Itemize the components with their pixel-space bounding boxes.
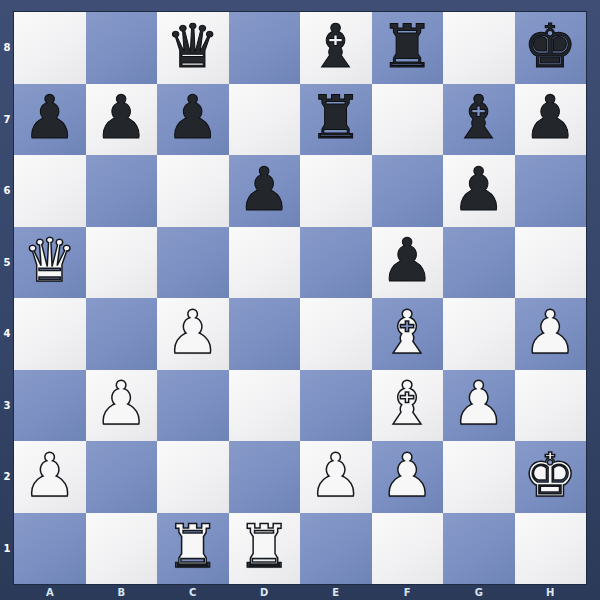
square-f2[interactable]: ♟	[372, 441, 444, 513]
piece-black-rook[interactable]: ♜	[309, 87, 363, 147]
square-a3[interactable]	[14, 370, 86, 442]
square-g7[interactable]: ♝	[443, 84, 515, 156]
square-h8[interactable]: ♚	[515, 12, 587, 84]
square-b4[interactable]	[86, 298, 158, 370]
square-f1[interactable]	[372, 513, 444, 585]
square-a4[interactable]	[14, 298, 86, 370]
square-h1[interactable]	[515, 513, 587, 585]
square-d2[interactable]	[229, 441, 301, 513]
piece-black-bishop[interactable]: ♝	[309, 16, 363, 76]
piece-black-pawn[interactable]: ♟	[94, 87, 148, 147]
square-g1[interactable]	[443, 513, 515, 585]
square-e3[interactable]	[300, 370, 372, 442]
piece-white-pawn[interactable]: ♟	[94, 373, 148, 433]
square-h6[interactable]	[515, 155, 587, 227]
piece-white-king[interactable]: ♚	[523, 445, 577, 505]
square-e6[interactable]	[300, 155, 372, 227]
piece-white-queen[interactable]: ♛	[23, 230, 77, 290]
rank-label-6: 6	[0, 155, 14, 227]
square-f8[interactable]: ♜	[372, 12, 444, 84]
piece-black-pawn[interactable]: ♟	[166, 87, 220, 147]
square-f6[interactable]	[372, 155, 444, 227]
file-label-e: E	[300, 584, 372, 600]
square-c8[interactable]: ♛	[157, 12, 229, 84]
square-e5[interactable]	[300, 227, 372, 299]
piece-white-bishop[interactable]: ♝	[380, 302, 434, 362]
file-label-h: H	[515, 584, 587, 600]
square-b7[interactable]: ♟	[86, 84, 158, 156]
square-b3[interactable]: ♟	[86, 370, 158, 442]
square-d7[interactable]	[229, 84, 301, 156]
chess-board[interactable]: ♛♝♜♚♟♟♟♜♝♟♟♟♛♟♟♝♟♟♝♟♟♟♟♚♜♜	[14, 12, 586, 584]
square-g6[interactable]: ♟	[443, 155, 515, 227]
square-g3[interactable]: ♟	[443, 370, 515, 442]
square-c1[interactable]: ♜	[157, 513, 229, 585]
square-e2[interactable]: ♟	[300, 441, 372, 513]
file-label-a: A	[14, 584, 86, 600]
square-g5[interactable]	[443, 227, 515, 299]
rank-label-8: 8	[0, 12, 14, 84]
piece-white-pawn[interactable]: ♟	[380, 445, 434, 505]
square-d6[interactable]: ♟	[229, 155, 301, 227]
file-label-c: C	[157, 584, 229, 600]
file-labels: ABCDEFGH	[14, 584, 586, 600]
piece-white-rook[interactable]: ♜	[166, 516, 220, 576]
square-d3[interactable]	[229, 370, 301, 442]
square-e1[interactable]	[300, 513, 372, 585]
rank-label-7: 7	[0, 84, 14, 156]
piece-white-pawn[interactable]: ♟	[309, 445, 363, 505]
piece-black-pawn[interactable]: ♟	[452, 159, 506, 219]
square-d4[interactable]	[229, 298, 301, 370]
square-f4[interactable]: ♝	[372, 298, 444, 370]
square-h4[interactable]: ♟	[515, 298, 587, 370]
square-a6[interactable]	[14, 155, 86, 227]
rank-label-3: 3	[0, 370, 14, 442]
rank-label-1: 1	[0, 513, 14, 585]
piece-black-pawn[interactable]: ♟	[523, 87, 577, 147]
piece-black-bishop[interactable]: ♝	[452, 87, 506, 147]
piece-black-queen[interactable]: ♛	[166, 16, 220, 76]
square-d8[interactable]	[229, 12, 301, 84]
rank-label-5: 5	[0, 227, 14, 299]
square-d1[interactable]: ♜	[229, 513, 301, 585]
piece-black-rook[interactable]: ♜	[380, 16, 434, 76]
square-e7[interactable]: ♜	[300, 84, 372, 156]
chess-board-frame: ♛♝♜♚♟♟♟♜♝♟♟♟♛♟♟♝♟♟♝♟♟♟♟♚♜♜ 87654321 ABCD…	[0, 0, 600, 600]
square-e4[interactable]	[300, 298, 372, 370]
square-b2[interactable]	[86, 441, 158, 513]
piece-black-pawn[interactable]: ♟	[23, 87, 77, 147]
piece-black-pawn[interactable]: ♟	[237, 159, 291, 219]
square-c5[interactable]	[157, 227, 229, 299]
square-b8[interactable]	[86, 12, 158, 84]
square-g2[interactable]	[443, 441, 515, 513]
square-c2[interactable]	[157, 441, 229, 513]
piece-black-pawn[interactable]: ♟	[380, 230, 434, 290]
square-f7[interactable]	[372, 84, 444, 156]
square-b6[interactable]	[86, 155, 158, 227]
square-h5[interactable]	[515, 227, 587, 299]
piece-white-pawn[interactable]: ♟	[23, 445, 77, 505]
piece-white-pawn[interactable]: ♟	[452, 373, 506, 433]
square-c7[interactable]: ♟	[157, 84, 229, 156]
square-b1[interactable]	[86, 513, 158, 585]
square-a2[interactable]: ♟	[14, 441, 86, 513]
square-a8[interactable]	[14, 12, 86, 84]
piece-white-rook[interactable]: ♜	[237, 516, 291, 576]
file-label-b: B	[86, 584, 158, 600]
file-label-g: G	[443, 584, 515, 600]
piece-white-pawn[interactable]: ♟	[166, 302, 220, 362]
square-c3[interactable]	[157, 370, 229, 442]
square-g4[interactable]	[443, 298, 515, 370]
square-h3[interactable]	[515, 370, 587, 442]
square-g8[interactable]	[443, 12, 515, 84]
square-c4[interactable]: ♟	[157, 298, 229, 370]
rank-label-4: 4	[0, 298, 14, 370]
square-d5[interactable]	[229, 227, 301, 299]
file-label-f: F	[372, 584, 444, 600]
rank-label-2: 2	[0, 441, 14, 513]
square-h7[interactable]: ♟	[515, 84, 587, 156]
square-f3[interactable]: ♝	[372, 370, 444, 442]
square-c6[interactable]	[157, 155, 229, 227]
piece-white-pawn[interactable]: ♟	[523, 302, 577, 362]
square-f5[interactable]: ♟	[372, 227, 444, 299]
square-a7[interactable]: ♟	[14, 84, 86, 156]
piece-black-king[interactable]: ♚	[523, 16, 577, 76]
square-b5[interactable]	[86, 227, 158, 299]
square-e8[interactable]: ♝	[300, 12, 372, 84]
rank-labels: 87654321	[0, 12, 14, 584]
square-h2[interactable]: ♚	[515, 441, 587, 513]
square-a1[interactable]	[14, 513, 86, 585]
piece-white-bishop[interactable]: ♝	[380, 373, 434, 433]
file-label-d: D	[229, 584, 301, 600]
square-a5[interactable]: ♛	[14, 227, 86, 299]
